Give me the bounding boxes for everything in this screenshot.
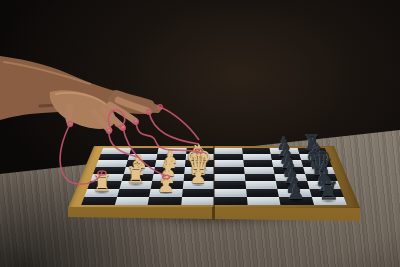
front-hand-thumb [69, 106, 71, 123]
puppeteer-hand [0, 56, 162, 131]
string-to-king [149, 112, 199, 144]
chess-puppeteer-photo: ♟♜♟♞♟♞♟♝♟♟♚♟♚♝♟♛♟♛♜♟♟♟♝♜♟♟♞♟♜ [0, 0, 400, 267]
hand-and-strings-overlay [0, 0, 400, 267]
string-tie-pawn [163, 175, 170, 179]
string-to-queen [136, 122, 199, 152]
string-to-rook [60, 124, 102, 184]
